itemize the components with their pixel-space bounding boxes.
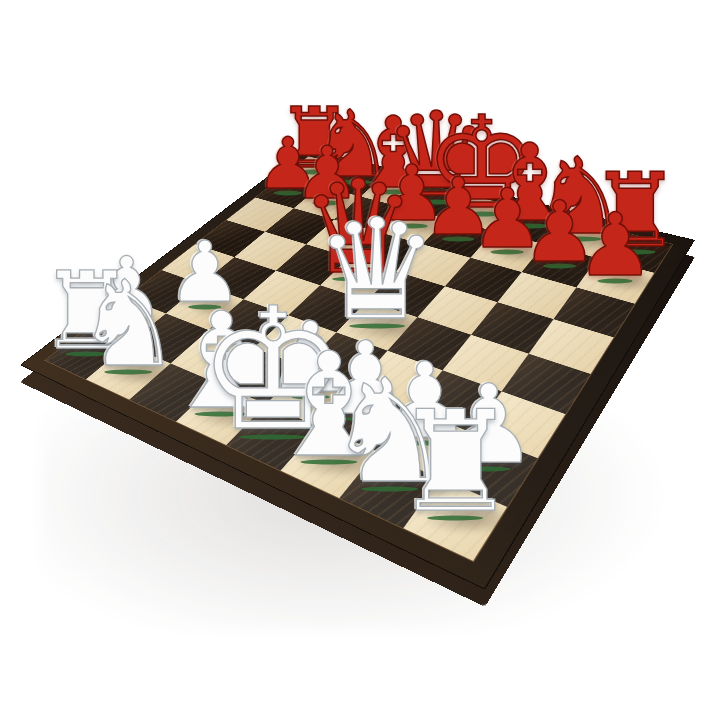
chessboard-scene: ♜♞♝♛♚♝♞♜♟♟♟♟♟♟♟♛♛♟♟♟♟♟♟♜♞♝♚♝♞♜ [0, 0, 720, 720]
piece-white-rook-h1[interactable]: ♜ [393, 393, 518, 532]
piece-red-pawn-h7[interactable]: ♟ [576, 202, 654, 289]
